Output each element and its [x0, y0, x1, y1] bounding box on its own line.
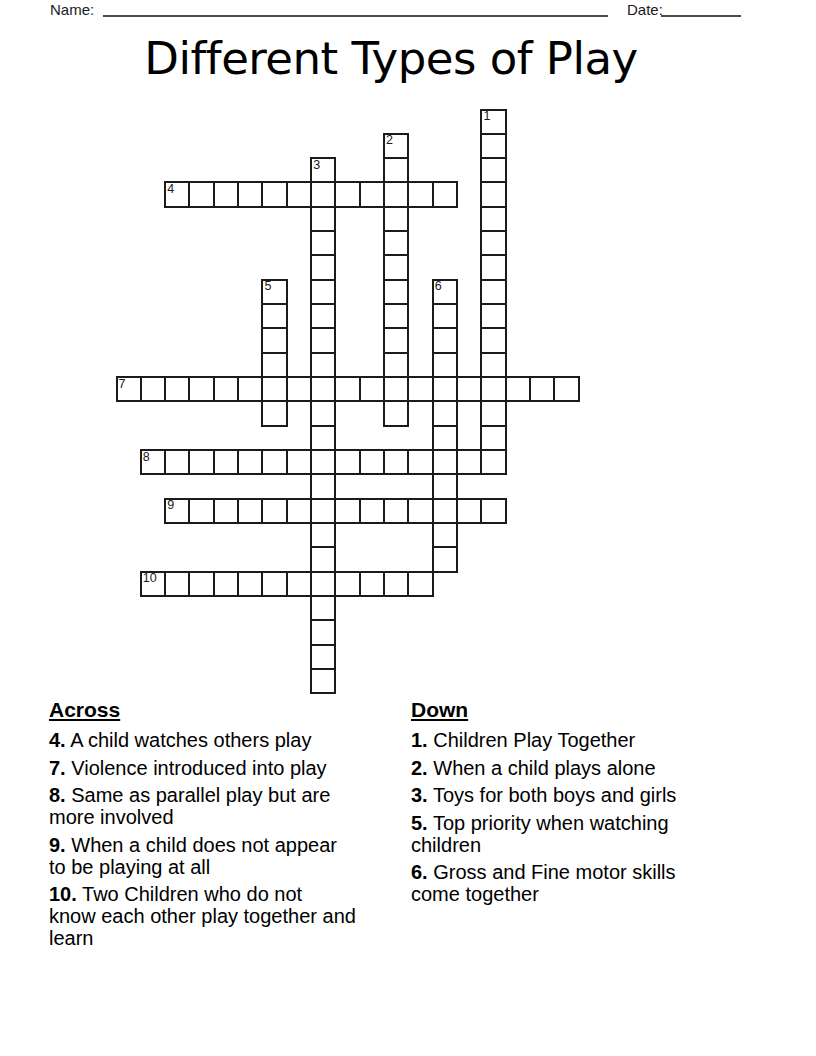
- grid-void: [457, 523, 481, 547]
- grid-cell-r12c15[interactable]: [481, 401, 505, 425]
- grid-cell-r3c3[interactable]: [189, 182, 213, 206]
- grid-cell-r6c8[interactable]: [311, 255, 335, 279]
- grid-cell-r16c12[interactable]: [408, 499, 432, 523]
- grid-void: [408, 328, 432, 352]
- grid-cell-r16c9[interactable]: [335, 499, 359, 523]
- grid-cell-r9c6[interactable]: [262, 328, 286, 352]
- grid-cell-r9c11[interactable]: [384, 328, 408, 352]
- grid-void: [165, 645, 189, 669]
- grid-void: [506, 158, 530, 182]
- grid-cell-r1c11[interactable]: 2: [384, 134, 408, 158]
- grid-void: [189, 231, 213, 255]
- grid-void: [457, 426, 481, 450]
- grid-void: [165, 523, 189, 547]
- grid-cell-r9c8[interactable]: [311, 328, 335, 352]
- grid-void: [384, 645, 408, 669]
- grid-void: [408, 304, 432, 328]
- grid-cell-r14c7[interactable]: [287, 450, 311, 474]
- grid-void: [506, 645, 530, 669]
- grid-cell-r20c8[interactable]: [311, 596, 335, 620]
- grid-void: [141, 158, 165, 182]
- grid-void: [141, 596, 165, 620]
- grid-void: [165, 328, 189, 352]
- grid-void: [117, 255, 141, 279]
- grid-cell-r3c13[interactable]: [433, 182, 457, 206]
- grid-void: [214, 523, 238, 547]
- grid-void: [457, 255, 481, 279]
- clue-text: Top priority when watching children: [411, 812, 669, 856]
- grid-void: [530, 645, 554, 669]
- grid-void: [165, 547, 189, 571]
- grid-void: [457, 596, 481, 620]
- grid-cell-r9c15[interactable]: [481, 328, 505, 352]
- grid-void: [165, 474, 189, 498]
- grid-cell-r19c9[interactable]: [335, 572, 359, 596]
- grid-cell-r19c2[interactable]: [165, 572, 189, 596]
- grid-void: [506, 134, 530, 158]
- grid-void: [287, 523, 311, 547]
- grid-cell-r7c8[interactable]: [311, 280, 335, 304]
- grid-void: [214, 547, 238, 571]
- grid-void: [335, 620, 359, 644]
- grid-cell-r14c10[interactable]: [360, 450, 384, 474]
- grid-void: [408, 207, 432, 231]
- grid-cell-r8c11[interactable]: [384, 304, 408, 328]
- grid-void: [457, 304, 481, 328]
- grid-void: [408, 255, 432, 279]
- grid-cell-r9c13[interactable]: [433, 328, 457, 352]
- grid-void: [117, 669, 141, 693]
- grid-void: [189, 669, 213, 693]
- grid-cell-r2c11[interactable]: [384, 158, 408, 182]
- grid-cell-r21c8[interactable]: [311, 620, 335, 644]
- grid-void: [238, 110, 262, 134]
- grid-void: [287, 645, 311, 669]
- grid-void: [141, 401, 165, 425]
- grid-cell-r19c4[interactable]: [214, 572, 238, 596]
- grid-cell-r15c13[interactable]: [433, 474, 457, 498]
- grid-clue-number-7: 7: [119, 378, 126, 391]
- grid-cell-r11c1[interactable]: [141, 377, 165, 401]
- grid-cell-r10c8[interactable]: [311, 353, 335, 377]
- grid-cell-r18c8[interactable]: [311, 547, 335, 571]
- clue-text: Same as parallel play but are more invol…: [49, 784, 330, 828]
- grid-cell-r3c6[interactable]: [262, 182, 286, 206]
- grid-void: [117, 499, 141, 523]
- grid-void: [262, 645, 286, 669]
- grid-cell-r19c10[interactable]: [360, 572, 384, 596]
- grid-void: [214, 158, 238, 182]
- grid-cell-r4c11[interactable]: [384, 207, 408, 231]
- grid-void: [214, 231, 238, 255]
- grid-cell-r22c8[interactable]: [311, 645, 335, 669]
- grid-cell-r12c6[interactable]: [262, 401, 286, 425]
- grid-cell-r19c1[interactable]: 10: [141, 572, 165, 596]
- grid-void: [384, 426, 408, 450]
- grid-cell-r11c12[interactable]: [408, 377, 432, 401]
- grid-void: [530, 426, 554, 450]
- grid-void: [287, 547, 311, 571]
- grid-void: [384, 620, 408, 644]
- grid-cell-r14c6[interactable]: [262, 450, 286, 474]
- grid-void: [335, 547, 359, 571]
- grid-void: [335, 207, 359, 231]
- grid-void: [117, 426, 141, 450]
- grid-void: [506, 474, 530, 498]
- grid-void: [287, 304, 311, 328]
- grid-cell-r4c15[interactable]: [481, 207, 505, 231]
- grid-void: [530, 450, 554, 474]
- grid-cell-r16c10[interactable]: [360, 499, 384, 523]
- grid-cell-r11c13[interactable]: [433, 377, 457, 401]
- name-label: Name:: [50, 1, 94, 18]
- grid-void: [262, 523, 286, 547]
- grid-cell-r12c13[interactable]: [433, 401, 457, 425]
- name-blank-line[interactable]: [103, 15, 608, 17]
- grid-void: [506, 255, 530, 279]
- grid-cell-r16c5[interactable]: [238, 499, 262, 523]
- grid-cell-r1c15[interactable]: [481, 134, 505, 158]
- grid-void: [189, 645, 213, 669]
- grid-void: [189, 304, 213, 328]
- grid-void: [457, 231, 481, 255]
- grid-void: [481, 547, 505, 571]
- grid-void: [457, 474, 481, 498]
- grid-cell-r12c8[interactable]: [311, 401, 335, 425]
- grid-void: [506, 547, 530, 571]
- grid-cell-r11c4[interactable]: [214, 377, 238, 401]
- grid-void: [554, 596, 578, 620]
- grid-void: [214, 255, 238, 279]
- grid-cell-r2c8[interactable]: 3: [311, 158, 335, 182]
- grid-cell-r19c5[interactable]: [238, 572, 262, 596]
- grid-cell-r7c15[interactable]: [481, 280, 505, 304]
- grid-void: [408, 426, 432, 450]
- clue-text: When a child plays alone: [433, 757, 655, 779]
- grid-void: [360, 110, 384, 134]
- grid-cell-r13c13[interactable]: [433, 426, 457, 450]
- grid-void: [554, 110, 578, 134]
- grid-void: [506, 450, 530, 474]
- grid-void: [408, 231, 432, 255]
- grid-cell-r11c14[interactable]: [457, 377, 481, 401]
- grid-void: [506, 110, 530, 134]
- grid-void: [554, 280, 578, 304]
- grid-void: [554, 669, 578, 693]
- grid-cell-r16c14[interactable]: [457, 499, 481, 523]
- grid-cell-r8c6[interactable]: [262, 304, 286, 328]
- grid-cell-r14c4[interactable]: [214, 450, 238, 474]
- grid-void: [360, 255, 384, 279]
- grid-void: [141, 328, 165, 352]
- grid-cell-r19c6[interactable]: [262, 572, 286, 596]
- grid-void: [335, 426, 359, 450]
- grid-cell-r11c16[interactable]: [506, 377, 530, 401]
- grid-void: [457, 669, 481, 693]
- clue-number: 10.: [49, 883, 77, 905]
- grid-cell-r16c11[interactable]: [384, 499, 408, 523]
- grid-cell-r10c11[interactable]: [384, 353, 408, 377]
- grid-void: [554, 158, 578, 182]
- grid-void: [311, 134, 335, 158]
- grid-void: [335, 645, 359, 669]
- grid-void: [530, 110, 554, 134]
- grid-cell-r16c13[interactable]: [433, 499, 457, 523]
- grid-void: [530, 304, 554, 328]
- grid-cell-r11c2[interactable]: [165, 377, 189, 401]
- clue-across-10: 10. Two Children who do not know each ot…: [49, 883, 411, 949]
- grid-void: [214, 304, 238, 328]
- grid-cell-r16c3[interactable]: [189, 499, 213, 523]
- grid-void: [189, 110, 213, 134]
- grid-void: [530, 207, 554, 231]
- grid-void: [554, 572, 578, 596]
- grid-void: [262, 134, 286, 158]
- grid-void: [335, 158, 359, 182]
- grid-void: [506, 523, 530, 547]
- clue-text: Toys for both boys and girls: [433, 784, 676, 806]
- grid-cell-r2c15[interactable]: [481, 158, 505, 182]
- grid-cell-r17c13[interactable]: [433, 523, 457, 547]
- grid-cell-r23c8[interactable]: [311, 669, 335, 693]
- grid-cell-r11c5[interactable]: [238, 377, 262, 401]
- grid-cell-r3c9[interactable]: [335, 182, 359, 206]
- grid-cell-r16c2[interactable]: 9: [165, 499, 189, 523]
- grid-void: [335, 255, 359, 279]
- grid-void: [384, 474, 408, 498]
- grid-void: [408, 474, 432, 498]
- grid-void: [554, 499, 578, 523]
- grid-cell-r0c15[interactable]: 1: [481, 110, 505, 134]
- grid-void: [530, 255, 554, 279]
- grid-void: [262, 474, 286, 498]
- grid-cell-r13c15[interactable]: [481, 426, 505, 450]
- grid-void: [554, 620, 578, 644]
- grid-cell-r7c11[interactable]: [384, 280, 408, 304]
- grid-void: [335, 328, 359, 352]
- grid-cell-r16c8[interactable]: [311, 499, 335, 523]
- grid-cell-r10c15[interactable]: [481, 353, 505, 377]
- grid-void: [408, 596, 432, 620]
- grid-void: [408, 547, 432, 571]
- grid-cell-r11c0[interactable]: 7: [117, 377, 141, 401]
- grid-void: [238, 401, 262, 425]
- grid-void: [408, 645, 432, 669]
- grid-cell-r19c8[interactable]: [311, 572, 335, 596]
- grid-void: [141, 231, 165, 255]
- grid-cell-r3c8[interactable]: [311, 182, 335, 206]
- grid-void: [238, 353, 262, 377]
- grid-cell-r16c4[interactable]: [214, 499, 238, 523]
- grid-clue-number-1: 1: [483, 110, 490, 123]
- grid-cell-r11c10[interactable]: [360, 377, 384, 401]
- grid-cell-r11c6[interactable]: [262, 377, 286, 401]
- grid-cell-r11c11[interactable]: [384, 377, 408, 401]
- grid-void: [141, 255, 165, 279]
- grid-cell-r5c8[interactable]: [311, 231, 335, 255]
- grid-void: [433, 110, 457, 134]
- grid-void: [189, 255, 213, 279]
- grid-cell-r14c15[interactable]: [481, 450, 505, 474]
- grid-cell-r19c3[interactable]: [189, 572, 213, 596]
- grid-void: [506, 328, 530, 352]
- grid-void: [214, 353, 238, 377]
- grid-cell-r14c2[interactable]: [165, 450, 189, 474]
- grid-cell-r11c18[interactable]: [554, 377, 578, 401]
- grid-cell-r5c15[interactable]: [481, 231, 505, 255]
- grid-void: [360, 547, 384, 571]
- grid-void: [360, 158, 384, 182]
- grid-void: [262, 110, 286, 134]
- grid-void: [360, 523, 384, 547]
- grid-void: [238, 280, 262, 304]
- grid-void: [554, 401, 578, 425]
- grid-cell-r6c15[interactable]: [481, 255, 505, 279]
- grid-void: [262, 426, 286, 450]
- clue-across-8: 8. Same as parallel play but are more in…: [49, 784, 411, 828]
- grid-void: [189, 401, 213, 425]
- grid-void: [117, 304, 141, 328]
- grid-cell-r16c6[interactable]: [262, 499, 286, 523]
- date-blank-line[interactable]: [661, 15, 741, 17]
- grid-cell-r11c9[interactable]: [335, 377, 359, 401]
- grid-void: [530, 134, 554, 158]
- grid-cell-r17c8[interactable]: [311, 523, 335, 547]
- grid-void: [214, 207, 238, 231]
- grid-cell-r15c8[interactable]: [311, 474, 335, 498]
- grid-cell-r3c5[interactable]: [238, 182, 262, 206]
- grid-void: [408, 134, 432, 158]
- grid-void: [506, 669, 530, 693]
- grid-cell-r8c13[interactable]: [433, 304, 457, 328]
- grid-cell-r14c14[interactable]: [457, 450, 481, 474]
- grid-void: [360, 304, 384, 328]
- grid-cell-r14c1[interactable]: 8: [141, 450, 165, 474]
- grid-void: [506, 620, 530, 644]
- grid-cell-r3c11[interactable]: [384, 182, 408, 206]
- grid-void: [165, 158, 189, 182]
- grid-cell-r19c12[interactable]: [408, 572, 432, 596]
- grid-void: [481, 596, 505, 620]
- grid-void: [335, 110, 359, 134]
- grid-void: [141, 669, 165, 693]
- grid-void: [506, 304, 530, 328]
- grid-void: [530, 499, 554, 523]
- grid-cell-r3c10[interactable]: [360, 182, 384, 206]
- grid-cell-r16c15[interactable]: [481, 499, 505, 523]
- grid-cell-r11c17[interactable]: [530, 377, 554, 401]
- grid-cell-r14c12[interactable]: [408, 450, 432, 474]
- grid-cell-r3c4[interactable]: [214, 182, 238, 206]
- grid-cell-r18c13[interactable]: [433, 547, 457, 571]
- grid-void: [165, 401, 189, 425]
- grid-cell-r11c7[interactable]: [287, 377, 311, 401]
- clue-number: 5.: [411, 812, 428, 834]
- grid-void: [238, 426, 262, 450]
- grid-void: [238, 134, 262, 158]
- grid-void: [530, 353, 554, 377]
- clue-text: Two Children who do not know each other …: [49, 883, 356, 949]
- grid-void: [165, 231, 189, 255]
- grid-void: [384, 596, 408, 620]
- grid-void: [117, 207, 141, 231]
- grid-cell-r7c6[interactable]: 5: [262, 280, 286, 304]
- grid-void: [506, 572, 530, 596]
- grid-cell-r8c8[interactable]: [311, 304, 335, 328]
- grid-cell-r19c7[interactable]: [287, 572, 311, 596]
- grid-cell-r3c15[interactable]: [481, 182, 505, 206]
- grid-void: [554, 426, 578, 450]
- grid-void: [408, 523, 432, 547]
- grid-void: [165, 110, 189, 134]
- grid-void: [457, 328, 481, 352]
- grid-void: [287, 110, 311, 134]
- grid-cell-r16c7[interactable]: [287, 499, 311, 523]
- grid-void: [287, 474, 311, 498]
- grid-void: [189, 134, 213, 158]
- grid-cell-r10c13[interactable]: [433, 353, 457, 377]
- grid-void: [214, 134, 238, 158]
- grid-void: [530, 620, 554, 644]
- grid-cell-r7c13[interactable]: 6: [433, 280, 457, 304]
- grid-cell-r10c6[interactable]: [262, 353, 286, 377]
- grid-cell-r14c3[interactable]: [189, 450, 213, 474]
- grid-cell-r19c11[interactable]: [384, 572, 408, 596]
- grid-void: [214, 426, 238, 450]
- down-heading: Down: [411, 699, 743, 721]
- down-clues: Down 1. Children Play Together 2. When a…: [411, 699, 743, 911]
- grid-void: [554, 255, 578, 279]
- grid-void: [117, 596, 141, 620]
- grid-void: [117, 401, 141, 425]
- across-clues: Across 4. A child watches others play 7.…: [49, 699, 411, 955]
- grid-cell-r3c7[interactable]: [287, 182, 311, 206]
- grid-cell-r14c8[interactable]: [311, 450, 335, 474]
- grid-cell-r6c11[interactable]: [384, 255, 408, 279]
- grid-void: [335, 669, 359, 693]
- grid-void: [360, 620, 384, 644]
- grid-void: [481, 474, 505, 498]
- grid-cell-r14c5[interactable]: [238, 450, 262, 474]
- grid-cell-r13c8[interactable]: [311, 426, 335, 450]
- grid-void: [117, 353, 141, 377]
- grid-void: [506, 596, 530, 620]
- grid-cell-r3c2[interactable]: 4: [165, 182, 189, 206]
- grid-cell-r4c8[interactable]: [311, 207, 335, 231]
- grid-cell-r14c11[interactable]: [384, 450, 408, 474]
- grid-void: [408, 158, 432, 182]
- grid-void: [530, 596, 554, 620]
- grid-void: [165, 620, 189, 644]
- grid-cell-r11c15[interactable]: [481, 377, 505, 401]
- grid-void: [554, 450, 578, 474]
- grid-cell-r11c3[interactable]: [189, 377, 213, 401]
- grid-void: [189, 426, 213, 450]
- grid-cell-r14c9[interactable]: [335, 450, 359, 474]
- grid-cell-r8c15[interactable]: [481, 304, 505, 328]
- grid-void: [262, 255, 286, 279]
- grid-void: [384, 547, 408, 571]
- grid-void: [287, 207, 311, 231]
- grid-void: [408, 620, 432, 644]
- grid-cell-r3c12[interactable]: [408, 182, 432, 206]
- grid-cell-r5c11[interactable]: [384, 231, 408, 255]
- grid-void: [554, 645, 578, 669]
- grid-cell-r11c8[interactable]: [311, 377, 335, 401]
- grid-cell-r12c11[interactable]: [384, 401, 408, 425]
- grid-void: [457, 620, 481, 644]
- grid-cell-r14c13[interactable]: [433, 450, 457, 474]
